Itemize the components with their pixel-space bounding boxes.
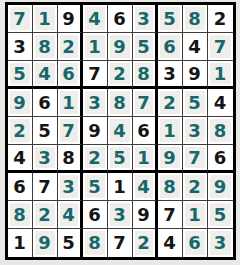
cell-r3c1[interactable]: 5: [8, 61, 33, 89]
cell-r2c7[interactable]: 6: [158, 33, 183, 61]
cell-r9c5[interactable]: 7: [108, 229, 133, 257]
cell-r1c1[interactable]: 7: [8, 5, 33, 33]
given-digit: 6: [10, 175, 30, 198]
cell-r1c6[interactable]: 3: [133, 5, 158, 33]
cell-r8c4[interactable]: 6: [83, 201, 108, 229]
cell-r6c2[interactable]: 3: [33, 145, 58, 173]
cell-r6c5[interactable]: 5: [108, 145, 133, 173]
sudoku-board: 7194635823821956475467283919613872542579…: [5, 2, 236, 260]
cell-r8c8[interactable]: 1: [183, 201, 208, 229]
cell-r8c1[interactable]: 8: [8, 201, 33, 229]
cell-r1c5[interactable]: 6: [108, 5, 133, 33]
cell-r3c4[interactable]: 7: [83, 61, 108, 89]
solved-digit: 9: [35, 231, 55, 255]
cell-r9c3[interactable]: 5: [58, 229, 83, 257]
cell-r9c8[interactable]: 6: [183, 229, 208, 257]
cell-r4c8[interactable]: 5: [183, 89, 208, 117]
solved-digit: 3: [35, 147, 55, 168]
solved-digit: 4: [35, 63, 55, 84]
cell-r4c2[interactable]: 6: [33, 89, 58, 117]
cell-r3c7[interactable]: 3: [158, 61, 183, 89]
given-digit: 6: [135, 119, 153, 142]
given-digit: 6: [85, 203, 105, 226]
cell-r3c6[interactable]: 8: [133, 61, 158, 89]
solved-digit: 1: [135, 147, 153, 168]
solved-digit: 8: [110, 91, 130, 114]
cell-r8c6[interactable]: 9: [133, 201, 158, 229]
solved-digit: 1: [35, 7, 55, 30]
cell-r4c9[interactable]: 4: [208, 89, 233, 117]
cell-r2c2[interactable]: 8: [33, 33, 58, 61]
given-digit: 5: [60, 231, 78, 255]
solved-digit: 8: [135, 63, 153, 84]
cell-r4c5[interactable]: 8: [108, 89, 133, 117]
given-digit: 1: [10, 231, 30, 255]
given-digit: 6: [110, 7, 130, 30]
cell-r5c4[interactable]: 9: [83, 117, 108, 145]
cell-r7c8[interactable]: 2: [183, 173, 208, 201]
cell-r8c5[interactable]: 3: [108, 201, 133, 229]
solved-digit: 5: [110, 147, 130, 168]
solved-digit: 1: [210, 63, 231, 84]
given-digit: 7: [110, 231, 130, 255]
solved-digit: 5: [185, 91, 205, 114]
cell-r7c2[interactable]: 7: [33, 173, 58, 201]
given-digit: 4: [10, 147, 30, 168]
cell-r8c9[interactable]: 5: [208, 201, 233, 229]
given-digit: 9: [60, 7, 78, 30]
solved-digit: 5: [85, 175, 105, 198]
cell-r1c2[interactable]: 1: [33, 5, 58, 33]
solved-digit: 4: [60, 203, 78, 226]
solved-digit: 9: [10, 91, 30, 114]
cell-r8c7[interactable]: 7: [158, 201, 183, 229]
solved-digit: 8: [185, 7, 205, 30]
given-digit: 9: [185, 63, 205, 84]
cell-r5c9[interactable]: 8: [208, 117, 233, 145]
given-digit: 9: [135, 203, 153, 226]
solved-digit: 9: [110, 35, 130, 58]
given-digit: 1: [110, 175, 130, 198]
cell-r7c3[interactable]: 3: [58, 173, 83, 201]
given-digit: 6: [210, 147, 231, 168]
cell-r5c8[interactable]: 3: [183, 117, 208, 145]
cell-r2c4[interactable]: 1: [83, 33, 108, 61]
solved-digit: 9: [210, 175, 231, 198]
cell-r6c6[interactable]: 1: [133, 145, 158, 173]
cell-r2c9[interactable]: 7: [208, 33, 233, 61]
cell-r9c9[interactable]: 3: [208, 229, 233, 257]
cell-r7c9[interactable]: 9: [208, 173, 233, 201]
cell-r1c7[interactable]: 5: [158, 5, 183, 33]
solved-digit: 1: [185, 203, 205, 226]
given-digit: 7: [85, 63, 105, 84]
given-digit: 4: [160, 231, 180, 255]
given-digit: 3: [160, 63, 180, 84]
cell-r3c3[interactable]: 6: [58, 61, 83, 89]
given-digit: 4: [185, 35, 205, 58]
cell-r2c3[interactable]: 2: [58, 33, 83, 61]
cell-r6c9[interactable]: 6: [208, 145, 233, 173]
solved-digit: 5: [10, 63, 30, 84]
solved-digit: 8: [10, 203, 30, 226]
solved-digit: 3: [110, 203, 130, 226]
solved-digit: 2: [160, 91, 180, 114]
cell-r5c5[interactable]: 4: [108, 117, 133, 145]
solved-digit: 5: [160, 7, 180, 30]
cell-r6c4[interactable]: 2: [83, 145, 108, 173]
solved-digit: 2: [85, 147, 105, 168]
solved-digit: 3: [185, 119, 205, 142]
solved-digit: 5: [135, 35, 153, 58]
solved-digit: 2: [110, 63, 130, 84]
cell-r2c6[interactable]: 5: [133, 33, 158, 61]
solved-digit: 7: [210, 35, 231, 58]
cell-r3c9[interactable]: 1: [208, 61, 233, 89]
solved-digit: 8: [35, 35, 55, 58]
solved-digit: 2: [10, 119, 30, 142]
cell-r3c8[interactable]: 9: [183, 61, 208, 89]
solved-digit: 7: [185, 147, 205, 168]
cell-r1c8[interactable]: 8: [183, 5, 208, 33]
solved-digit: 2: [185, 175, 205, 198]
solved-digit: 2: [60, 35, 78, 58]
solved-digit: 4: [85, 7, 105, 30]
cell-r6c3[interactable]: 8: [58, 145, 83, 173]
cell-r5c1[interactable]: 2: [8, 117, 33, 145]
cell-r5c7[interactable]: 1: [158, 117, 183, 145]
given-digit: 7: [35, 175, 55, 198]
cell-r7c5[interactable]: 1: [108, 173, 133, 201]
cell-r3c2[interactable]: 4: [33, 61, 58, 89]
cell-r2c8[interactable]: 4: [183, 33, 208, 61]
solved-digit: 1: [160, 119, 180, 142]
given-digit: 6: [35, 91, 55, 114]
solved-digit: 3: [135, 7, 153, 30]
solved-digit: 9: [160, 147, 180, 168]
given-digit: 2: [210, 7, 231, 30]
solved-digit: 6: [160, 35, 180, 58]
cell-r6c7[interactable]: 9: [158, 145, 183, 173]
cell-r1c3[interactable]: 9: [58, 5, 83, 33]
given-digit: 3: [10, 35, 30, 58]
solved-digit: 3: [85, 91, 105, 114]
cell-r8c2[interactable]: 2: [33, 201, 58, 229]
solved-digit: 5: [210, 203, 231, 226]
cell-r6c1[interactable]: 4: [8, 145, 33, 173]
solved-digit: 7: [60, 119, 78, 142]
cell-r6c8[interactable]: 7: [183, 145, 208, 173]
solved-digit: 8: [210, 119, 231, 142]
cell-r4c1[interactable]: 9: [8, 89, 33, 117]
cell-r2c5[interactable]: 9: [108, 33, 133, 61]
solved-digit: 2: [135, 231, 153, 255]
cell-r9c7[interactable]: 4: [158, 229, 183, 257]
cell-r4c6[interactable]: 7: [133, 89, 158, 117]
cell-r4c7[interactable]: 2: [158, 89, 183, 117]
solved-digit: 8: [160, 175, 180, 198]
given-digit: 7: [160, 203, 180, 226]
cell-r1c9[interactable]: 2: [208, 5, 233, 33]
cell-r7c6[interactable]: 4: [133, 173, 158, 201]
cell-r8c3[interactable]: 4: [58, 201, 83, 229]
cell-r5c3[interactable]: 7: [58, 117, 83, 145]
solved-digit: 8: [85, 231, 105, 255]
cell-r5c2[interactable]: 5: [33, 117, 58, 145]
given-digit: 5: [35, 119, 55, 142]
given-digit: 9: [85, 119, 105, 142]
cell-r9c2[interactable]: 9: [33, 229, 58, 257]
given-digit: 8: [60, 147, 78, 168]
cell-r3c5[interactable]: 2: [108, 61, 133, 89]
solved-digit: 1: [85, 35, 105, 58]
cell-r5c6[interactable]: 6: [133, 117, 158, 145]
solved-digit: 7: [135, 91, 153, 114]
solved-digit: 3: [60, 175, 78, 198]
cell-r7c4[interactable]: 5: [83, 173, 108, 201]
cell-r9c1[interactable]: 1: [8, 229, 33, 257]
solved-digit: 6: [185, 231, 205, 255]
given-digit: 4: [210, 91, 231, 114]
cell-r1c4[interactable]: 4: [83, 5, 108, 33]
solved-digit: 6: [60, 63, 78, 84]
solved-digit: 2: [35, 203, 55, 226]
cell-r9c6[interactable]: 2: [133, 229, 158, 257]
solved-digit: 1: [60, 91, 78, 114]
solved-digit: 4: [110, 119, 130, 142]
cell-r4c3[interactable]: 1: [58, 89, 83, 117]
cell-r7c1[interactable]: 6: [8, 173, 33, 201]
solved-digit: 3: [210, 231, 231, 255]
solved-digit: 4: [135, 175, 153, 198]
cell-r2c1[interactable]: 3: [8, 33, 33, 61]
cell-r4c4[interactable]: 3: [83, 89, 108, 117]
solved-digit: 7: [10, 7, 30, 30]
cell-r9c4[interactable]: 8: [83, 229, 108, 257]
cell-r7c7[interactable]: 8: [158, 173, 183, 201]
